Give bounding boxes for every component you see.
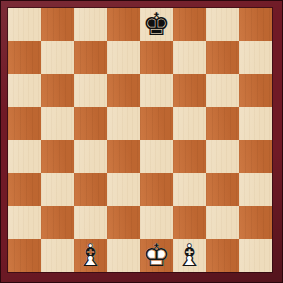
square-d8[interactable] [107,8,140,41]
square-a1[interactable] [8,239,41,272]
square-g1[interactable] [206,239,239,272]
square-d1[interactable] [107,239,140,272]
square-h2[interactable] [239,206,272,239]
square-a3[interactable] [8,173,41,206]
square-e1[interactable]: ♚♔ [140,239,173,272]
white-bishop[interactable]: ♗ [173,239,206,272]
white-king[interactable]: ♔ [140,239,173,272]
square-f3[interactable] [173,173,206,206]
square-b5[interactable] [41,107,74,140]
square-c1[interactable]: ♝♗ [74,239,107,272]
square-a5[interactable] [8,107,41,140]
chess-board: ♚♝♗♚♔♝♗ [8,8,272,272]
black-king[interactable]: ♚ [140,8,173,41]
square-e6[interactable] [140,74,173,107]
square-d3[interactable] [107,173,140,206]
square-c7[interactable] [74,41,107,74]
square-c4[interactable] [74,140,107,173]
white-king-fill: ♚ [140,239,173,272]
square-h5[interactable] [239,107,272,140]
white-bishop[interactable]: ♗ [74,239,107,272]
square-e8[interactable]: ♚ [140,8,173,41]
square-d7[interactable] [107,41,140,74]
square-d4[interactable] [107,140,140,173]
square-c8[interactable] [74,8,107,41]
square-c2[interactable] [74,206,107,239]
square-g6[interactable] [206,74,239,107]
square-g7[interactable] [206,41,239,74]
square-h6[interactable] [239,74,272,107]
square-e5[interactable] [140,107,173,140]
square-h8[interactable] [239,8,272,41]
square-g5[interactable] [206,107,239,140]
square-f4[interactable] [173,140,206,173]
square-f1[interactable]: ♝♗ [173,239,206,272]
square-e7[interactable] [140,41,173,74]
square-a6[interactable] [8,74,41,107]
square-h7[interactable] [239,41,272,74]
square-g8[interactable] [206,8,239,41]
square-c3[interactable] [74,173,107,206]
square-g3[interactable] [206,173,239,206]
square-b8[interactable] [41,8,74,41]
square-b3[interactable] [41,173,74,206]
square-b7[interactable] [41,41,74,74]
square-g2[interactable] [206,206,239,239]
square-f2[interactable] [173,206,206,239]
square-e4[interactable] [140,140,173,173]
white-bishop-fill: ♝ [74,239,107,272]
square-c6[interactable] [74,74,107,107]
square-g4[interactable] [206,140,239,173]
square-d2[interactable] [107,206,140,239]
square-f7[interactable] [173,41,206,74]
square-b4[interactable] [41,140,74,173]
square-d6[interactable] [107,74,140,107]
square-e3[interactable] [140,173,173,206]
square-h1[interactable] [239,239,272,272]
square-d5[interactable] [107,107,140,140]
square-a7[interactable] [8,41,41,74]
square-c5[interactable] [74,107,107,140]
square-b2[interactable] [41,206,74,239]
square-h3[interactable] [239,173,272,206]
square-h4[interactable] [239,140,272,173]
square-b6[interactable] [41,74,74,107]
square-a2[interactable] [8,206,41,239]
square-f8[interactable] [173,8,206,41]
square-b1[interactable] [41,239,74,272]
square-a8[interactable] [8,8,41,41]
square-a4[interactable] [8,140,41,173]
white-bishop-fill: ♝ [173,239,206,272]
square-f5[interactable] [173,107,206,140]
square-e2[interactable] [140,206,173,239]
square-f6[interactable] [173,74,206,107]
board-frame: ♚♝♗♚♔♝♗ [0,0,283,283]
